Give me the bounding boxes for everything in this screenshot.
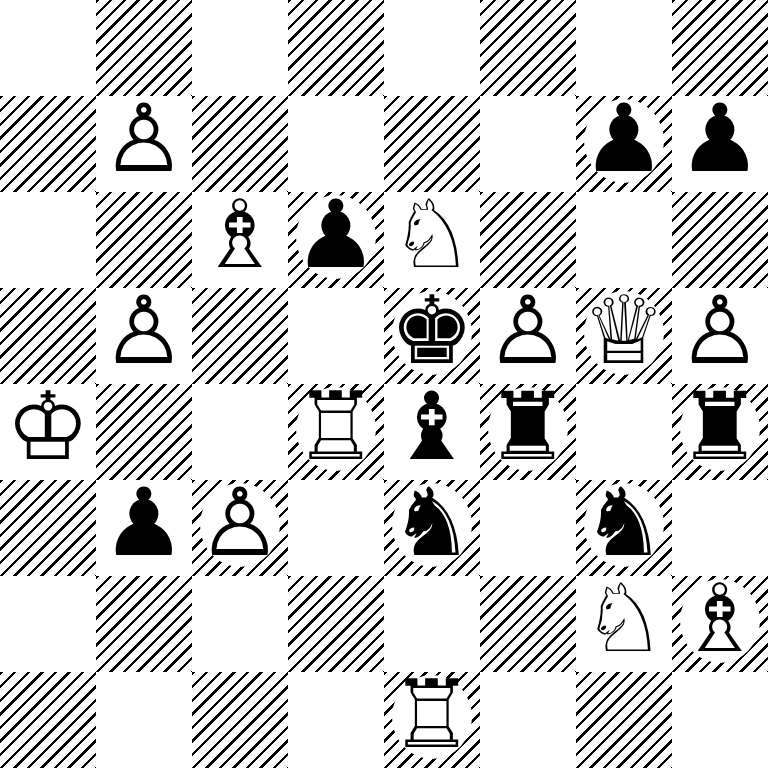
square-g8[interactable]: [576, 0, 672, 96]
black-pawn-piece: ♟: [672, 91, 768, 187]
white-bishop-piece: ♗: [192, 187, 288, 283]
black-bishop-piece: ♝: [384, 379, 480, 475]
square-h3[interactable]: [672, 480, 768, 576]
square-a6[interactable]: [0, 192, 96, 288]
square-c8[interactable]: [192, 0, 288, 96]
square-h6[interactable]: [672, 192, 768, 288]
square-f6[interactable]: [480, 192, 576, 288]
square-h8[interactable]: [672, 0, 768, 96]
square-d7[interactable]: [288, 96, 384, 192]
white-rook-piece: ♖: [288, 379, 384, 475]
square-e2[interactable]: [384, 576, 480, 672]
square-b8[interactable]: [96, 0, 192, 96]
square-h1[interactable]: [672, 672, 768, 768]
white-queen-piece: ♕: [576, 283, 672, 379]
chess-board: ♙♟♟♗♟♘♙♚♙♕♙♔♖♝♜♜♟♙♞♞♘♗♖: [0, 0, 768, 768]
square-c5[interactable]: [192, 288, 288, 384]
square-c7[interactable]: [192, 96, 288, 192]
square-c1[interactable]: [192, 672, 288, 768]
square-e3[interactable]: ♞: [384, 480, 480, 576]
square-e6[interactable]: ♘: [384, 192, 480, 288]
square-g3[interactable]: ♞: [576, 480, 672, 576]
square-g7[interactable]: ♟: [576, 96, 672, 192]
square-b2[interactable]: [96, 576, 192, 672]
white-knight-piece: ♘: [576, 571, 672, 667]
square-d8[interactable]: [288, 0, 384, 96]
square-d5[interactable]: [288, 288, 384, 384]
square-h4[interactable]: ♜: [672, 384, 768, 480]
square-g5[interactable]: ♕: [576, 288, 672, 384]
square-b7[interactable]: ♙: [96, 96, 192, 192]
square-a7[interactable]: [0, 96, 96, 192]
black-rook-piece: ♜: [672, 379, 768, 475]
square-d6[interactable]: ♟: [288, 192, 384, 288]
square-e5[interactable]: ♚: [384, 288, 480, 384]
square-c6[interactable]: ♗: [192, 192, 288, 288]
square-h2[interactable]: ♗: [672, 576, 768, 672]
white-knight-piece: ♘: [384, 187, 480, 283]
square-e8[interactable]: [384, 0, 480, 96]
black-knight-piece: ♞: [384, 475, 480, 571]
white-pawn-piece: ♙: [96, 91, 192, 187]
square-e1[interactable]: ♖: [384, 672, 480, 768]
white-king-piece: ♔: [0, 379, 96, 475]
square-a2[interactable]: [0, 576, 96, 672]
white-pawn-piece: ♙: [192, 475, 288, 571]
square-a3[interactable]: [0, 480, 96, 576]
white-pawn-piece: ♙: [480, 283, 576, 379]
black-pawn-piece: ♟: [288, 187, 384, 283]
square-c3[interactable]: ♙: [192, 480, 288, 576]
square-g2[interactable]: ♘: [576, 576, 672, 672]
square-b1[interactable]: [96, 672, 192, 768]
square-a5[interactable]: [0, 288, 96, 384]
square-b6[interactable]: [96, 192, 192, 288]
black-pawn-piece: ♟: [96, 475, 192, 571]
white-rook-piece: ♖: [384, 667, 480, 763]
square-f8[interactable]: [480, 0, 576, 96]
square-f4[interactable]: ♜: [480, 384, 576, 480]
black-rook-piece: ♜: [480, 379, 576, 475]
square-c4[interactable]: [192, 384, 288, 480]
square-f1[interactable]: [480, 672, 576, 768]
square-g4[interactable]: [576, 384, 672, 480]
square-d2[interactable]: [288, 576, 384, 672]
square-a1[interactable]: [0, 672, 96, 768]
white-pawn-piece: ♙: [96, 283, 192, 379]
square-f5[interactable]: ♙: [480, 288, 576, 384]
square-a4[interactable]: ♔: [0, 384, 96, 480]
square-b3[interactable]: ♟: [96, 480, 192, 576]
white-pawn-piece: ♙: [672, 283, 768, 379]
square-f7[interactable]: [480, 96, 576, 192]
square-g6[interactable]: [576, 192, 672, 288]
square-d1[interactable]: [288, 672, 384, 768]
black-knight-piece: ♞: [576, 475, 672, 571]
square-a8[interactable]: [0, 0, 96, 96]
square-h7[interactable]: ♟: [672, 96, 768, 192]
square-g1[interactable]: [576, 672, 672, 768]
square-b4[interactable]: [96, 384, 192, 480]
square-f3[interactable]: [480, 480, 576, 576]
square-h5[interactable]: ♙: [672, 288, 768, 384]
black-pawn-piece: ♟: [576, 91, 672, 187]
square-e7[interactable]: [384, 96, 480, 192]
square-d3[interactable]: [288, 480, 384, 576]
square-b5[interactable]: ♙: [96, 288, 192, 384]
square-f2[interactable]: [480, 576, 576, 672]
square-e4[interactable]: ♝: [384, 384, 480, 480]
square-d4[interactable]: ♖: [288, 384, 384, 480]
black-king-piece: ♚: [384, 283, 480, 379]
square-c2[interactable]: [192, 576, 288, 672]
white-bishop-piece: ♗: [672, 571, 768, 667]
